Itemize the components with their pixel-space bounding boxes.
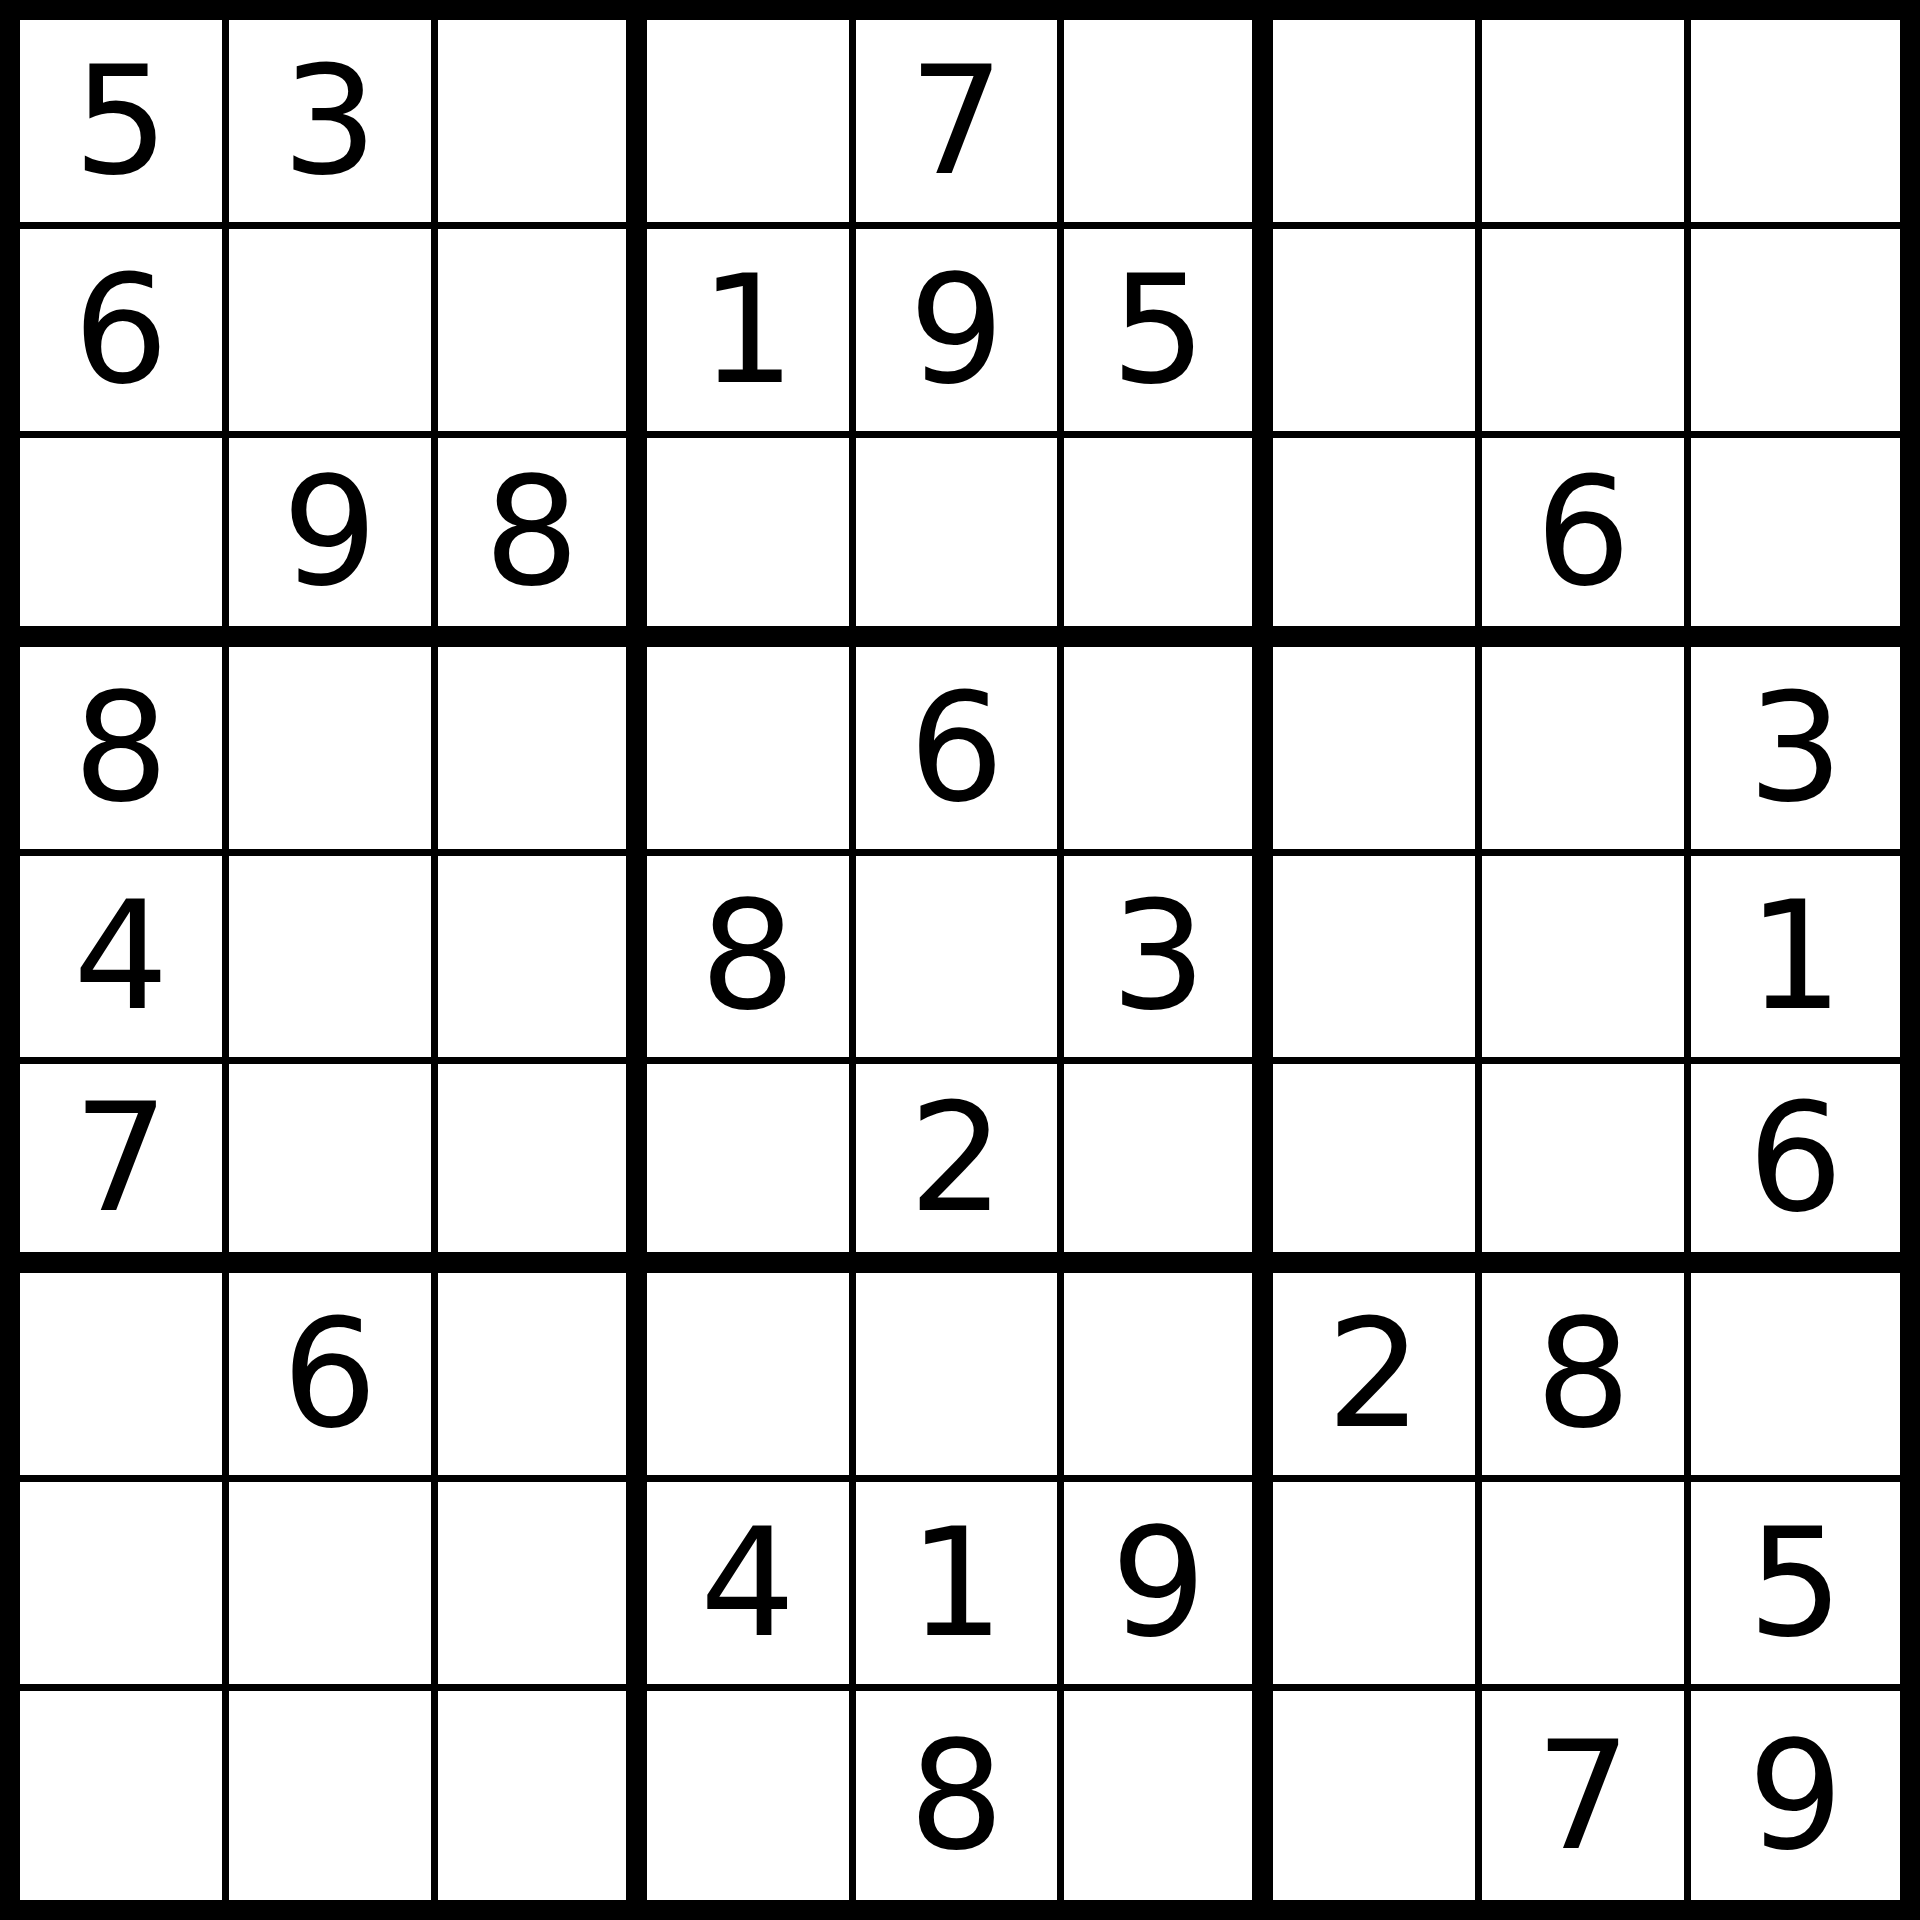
cell-r8c6[interactable]: 9: [1064, 1482, 1273, 1691]
cell-r7c7[interactable]: 2: [1273, 1273, 1482, 1482]
cell-r3c1[interactable]: [20, 438, 229, 647]
cell-r6c9[interactable]: 6: [1691, 1064, 1900, 1273]
cell-r3c4[interactable]: [647, 438, 856, 647]
cell-r5c6[interactable]: 3: [1064, 856, 1273, 1065]
cell-r8c5[interactable]: 1: [856, 1482, 1065, 1691]
sudoku-board: 537619598686348317266284195879: [0, 0, 1920, 1920]
cell-r3c3[interactable]: 8: [438, 438, 647, 647]
cell-r7c3[interactable]: [438, 1273, 647, 1482]
cell-r2c1[interactable]: 6: [20, 229, 229, 438]
cell-r8c8[interactable]: [1482, 1482, 1691, 1691]
cell-r5c2[interactable]: [229, 856, 438, 1065]
cell-r1c5[interactable]: 7: [856, 20, 1065, 229]
cell-r1c4[interactable]: [647, 20, 856, 229]
cell-r8c9[interactable]: 5: [1691, 1482, 1900, 1691]
cell-r7c1[interactable]: [20, 1273, 229, 1482]
cell-r4c9[interactable]: 3: [1691, 647, 1900, 856]
cell-r4c1[interactable]: 8: [20, 647, 229, 856]
cell-r5c8[interactable]: [1482, 856, 1691, 1065]
cell-r6c4[interactable]: [647, 1064, 856, 1273]
cell-r6c2[interactable]: [229, 1064, 438, 1273]
cell-r9c2[interactable]: [229, 1691, 438, 1900]
cell-r4c4[interactable]: [647, 647, 856, 856]
cell-r7c6[interactable]: [1064, 1273, 1273, 1482]
cell-r2c9[interactable]: [1691, 229, 1900, 438]
cell-r6c6[interactable]: [1064, 1064, 1273, 1273]
cell-r6c5[interactable]: 2: [856, 1064, 1065, 1273]
cell-r4c5[interactable]: 6: [856, 647, 1065, 856]
cell-r4c6[interactable]: [1064, 647, 1273, 856]
cell-r4c7[interactable]: [1273, 647, 1482, 856]
cell-r5c5[interactable]: [856, 856, 1065, 1065]
cell-r2c4[interactable]: 1: [647, 229, 856, 438]
cell-r1c3[interactable]: [438, 20, 647, 229]
cell-r6c7[interactable]: [1273, 1064, 1482, 1273]
cell-r2c7[interactable]: [1273, 229, 1482, 438]
cell-r5c4[interactable]: 8: [647, 856, 856, 1065]
cell-r9c6[interactable]: [1064, 1691, 1273, 1900]
cell-r1c6[interactable]: [1064, 20, 1273, 229]
cell-r6c3[interactable]: [438, 1064, 647, 1273]
cell-r3c8[interactable]: 6: [1482, 438, 1691, 647]
cell-r7c9[interactable]: [1691, 1273, 1900, 1482]
cell-r3c7[interactable]: [1273, 438, 1482, 647]
cell-r9c4[interactable]: [647, 1691, 856, 1900]
cell-r1c9[interactable]: [1691, 20, 1900, 229]
cell-r9c3[interactable]: [438, 1691, 647, 1900]
cell-r9c5[interactable]: 8: [856, 1691, 1065, 1900]
cell-r1c8[interactable]: [1482, 20, 1691, 229]
cell-r9c8[interactable]: 7: [1482, 1691, 1691, 1900]
cell-r6c8[interactable]: [1482, 1064, 1691, 1273]
cell-r2c3[interactable]: [438, 229, 647, 438]
cell-r2c8[interactable]: [1482, 229, 1691, 438]
cell-r5c1[interactable]: 4: [20, 856, 229, 1065]
cell-r6c1[interactable]: 7: [20, 1064, 229, 1273]
cell-r7c2[interactable]: 6: [229, 1273, 438, 1482]
cell-r9c1[interactable]: [20, 1691, 229, 1900]
cell-r2c6[interactable]: 5: [1064, 229, 1273, 438]
cell-r3c9[interactable]: [1691, 438, 1900, 647]
cell-r3c2[interactable]: 9: [229, 438, 438, 647]
cell-r1c7[interactable]: [1273, 20, 1482, 229]
cell-r5c9[interactable]: 1: [1691, 856, 1900, 1065]
cell-r5c7[interactable]: [1273, 856, 1482, 1065]
cell-r1c1[interactable]: 5: [20, 20, 229, 229]
cell-r8c7[interactable]: [1273, 1482, 1482, 1691]
cell-r4c3[interactable]: [438, 647, 647, 856]
cell-r8c4[interactable]: 4: [647, 1482, 856, 1691]
cell-r8c1[interactable]: [20, 1482, 229, 1691]
cell-r3c6[interactable]: [1064, 438, 1273, 647]
cell-r3c5[interactable]: [856, 438, 1065, 647]
cell-r9c9[interactable]: 9: [1691, 1691, 1900, 1900]
cell-r1c2[interactable]: 3: [229, 20, 438, 229]
cell-r7c4[interactable]: [647, 1273, 856, 1482]
cell-r9c7[interactable]: [1273, 1691, 1482, 1900]
cell-r2c5[interactable]: 9: [856, 229, 1065, 438]
cell-r8c2[interactable]: [229, 1482, 438, 1691]
cell-r7c5[interactable]: [856, 1273, 1065, 1482]
cell-r7c8[interactable]: 8: [1482, 1273, 1691, 1482]
cell-r5c3[interactable]: [438, 856, 647, 1065]
cell-r8c3[interactable]: [438, 1482, 647, 1691]
cell-r2c2[interactable]: [229, 229, 438, 438]
cell-r4c2[interactable]: [229, 647, 438, 856]
cell-r4c8[interactable]: [1482, 647, 1691, 856]
